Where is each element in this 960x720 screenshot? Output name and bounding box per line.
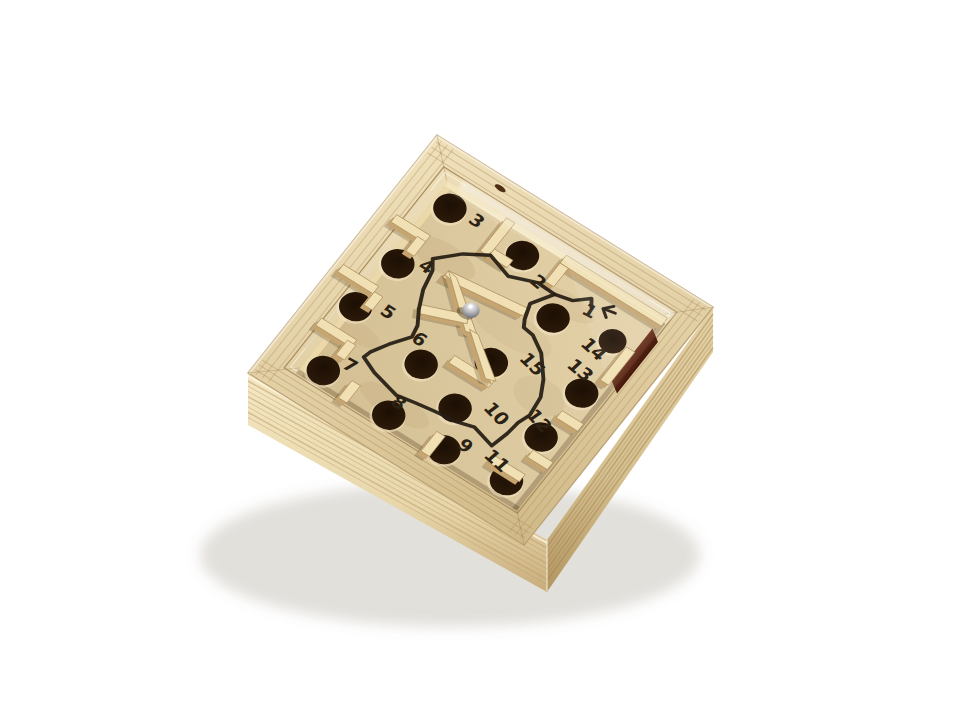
product-photo-stage: 123456789101112131415 [0,0,960,720]
labyrinth-photo: 123456789101112131415 [0,0,960,720]
